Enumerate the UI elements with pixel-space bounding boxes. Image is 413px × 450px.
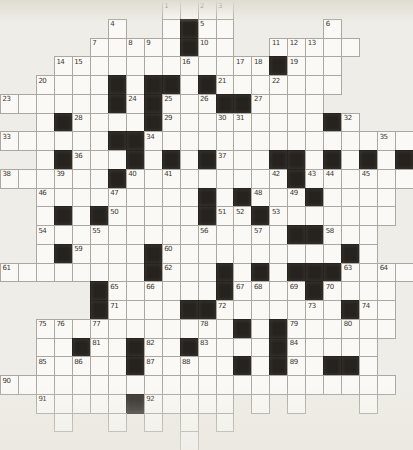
white-cell[interactable] — [90, 188, 109, 208]
white-cell[interactable]: 17 — [233, 56, 252, 76]
white-cell[interactable] — [180, 431, 199, 450]
white-cell[interactable] — [305, 75, 324, 95]
white-cell[interactable] — [216, 38, 235, 58]
white-cell[interactable]: 32 — [341, 113, 360, 133]
white-cell[interactable] — [36, 113, 55, 133]
white-cell[interactable] — [90, 356, 109, 376]
white-cell[interactable] — [269, 281, 288, 301]
white-cell[interactable]: 18 — [251, 56, 270, 76]
white-cell[interactable] — [126, 206, 145, 226]
white-cell[interactable] — [198, 375, 217, 395]
white-cell[interactable] — [216, 338, 235, 358]
white-cell[interactable] — [377, 188, 396, 208]
white-cell[interactable]: 78 — [198, 319, 217, 339]
white-cell[interactable] — [126, 263, 145, 283]
white-cell[interactable] — [36, 206, 55, 226]
white-cell[interactable] — [108, 338, 127, 358]
white-cell[interactable] — [305, 375, 324, 395]
white-cell[interactable] — [72, 188, 91, 208]
white-cell[interactable]: 58 — [323, 225, 342, 245]
white-cell[interactable] — [305, 319, 324, 339]
white-cell[interactable] — [90, 131, 109, 151]
white-cell[interactable]: 52 — [233, 206, 252, 226]
white-cell[interactable] — [72, 319, 91, 339]
white-cell[interactable] — [233, 263, 252, 283]
white-cell[interactable] — [54, 394, 73, 414]
white-cell[interactable]: 86 — [72, 356, 91, 376]
white-cell[interactable] — [251, 113, 270, 133]
white-cell[interactable] — [162, 206, 181, 226]
white-cell[interactable] — [72, 169, 91, 189]
white-cell[interactable] — [90, 263, 109, 283]
white-cell[interactable]: 6 — [323, 19, 342, 39]
white-cell[interactable] — [180, 0, 199, 20]
white-cell[interactable]: 67 — [233, 281, 252, 301]
white-cell[interactable] — [269, 113, 288, 133]
white-cell[interactable] — [251, 356, 270, 376]
white-cell[interactable] — [323, 75, 342, 95]
white-cell[interactable] — [287, 75, 306, 95]
white-cell[interactable] — [251, 169, 270, 189]
white-cell[interactable] — [162, 375, 181, 395]
white-cell[interactable] — [377, 319, 396, 339]
white-cell[interactable]: 43 — [305, 169, 324, 189]
white-cell[interactable] — [162, 338, 181, 358]
white-cell[interactable] — [108, 244, 127, 264]
white-cell[interactable] — [180, 188, 199, 208]
white-cell[interactable] — [377, 206, 396, 226]
white-cell[interactable] — [108, 356, 127, 376]
white-cell[interactable] — [269, 244, 288, 264]
white-cell[interactable] — [359, 281, 378, 301]
white-cell[interactable] — [180, 169, 199, 189]
white-cell[interactable] — [216, 131, 235, 151]
white-cell[interactable] — [323, 375, 342, 395]
white-cell[interactable] — [341, 375, 360, 395]
white-cell[interactable] — [18, 169, 37, 189]
white-cell[interactable] — [287, 300, 306, 320]
white-cell[interactable]: 48 — [251, 188, 270, 208]
white-cell[interactable]: 25 — [162, 94, 181, 114]
white-cell[interactable] — [341, 169, 360, 189]
white-cell[interactable] — [180, 150, 199, 170]
white-cell[interactable] — [233, 338, 252, 358]
white-cell[interactable]: 36 — [72, 150, 91, 170]
white-cell[interactable] — [144, 225, 163, 245]
white-cell[interactable]: 77 — [90, 319, 109, 339]
white-cell[interactable] — [323, 38, 342, 58]
white-cell[interactable] — [180, 206, 199, 226]
white-cell[interactable]: 33 — [0, 131, 19, 151]
white-cell[interactable]: 22 — [269, 75, 288, 95]
white-cell[interactable] — [323, 319, 342, 339]
white-cell[interactable] — [269, 94, 288, 114]
white-cell[interactable] — [198, 356, 217, 376]
white-cell[interactable] — [251, 300, 270, 320]
white-cell[interactable] — [126, 113, 145, 133]
white-cell[interactable] — [305, 131, 324, 151]
white-cell[interactable] — [90, 150, 109, 170]
white-cell[interactable] — [377, 150, 396, 170]
white-cell[interactable] — [54, 375, 73, 395]
white-cell[interactable]: 47 — [108, 188, 127, 208]
white-cell[interactable] — [72, 131, 91, 151]
white-cell[interactable] — [126, 244, 145, 264]
white-cell[interactable] — [359, 225, 378, 245]
white-cell[interactable] — [72, 206, 91, 226]
white-cell[interactable] — [18, 131, 37, 151]
white-cell[interactable]: 74 — [359, 300, 378, 320]
white-cell[interactable] — [233, 244, 252, 264]
white-cell[interactable] — [323, 56, 342, 76]
white-cell[interactable] — [251, 150, 270, 170]
white-cell[interactable] — [287, 206, 306, 226]
white-cell[interactable] — [54, 413, 73, 433]
white-cell[interactable] — [395, 131, 413, 151]
white-cell[interactable] — [144, 56, 163, 76]
white-cell[interactable] — [251, 75, 270, 95]
white-cell[interactable] — [90, 169, 109, 189]
white-cell[interactable] — [126, 56, 145, 76]
white-cell[interactable] — [180, 394, 199, 414]
white-cell[interactable] — [198, 394, 217, 414]
white-cell[interactable]: 64 — [377, 263, 396, 283]
white-cell[interactable]: 31 — [233, 113, 252, 133]
white-cell[interactable] — [323, 131, 342, 151]
white-cell[interactable] — [198, 56, 217, 76]
white-cell[interactable]: 28 — [72, 113, 91, 133]
white-cell[interactable]: 87 — [144, 356, 163, 376]
white-cell[interactable] — [72, 263, 91, 283]
white-cell[interactable]: 71 — [108, 300, 127, 320]
white-cell[interactable]: 76 — [54, 319, 73, 339]
white-cell[interactable] — [287, 375, 306, 395]
white-cell[interactable]: 50 — [108, 206, 127, 226]
white-cell[interactable] — [323, 206, 342, 226]
white-cell[interactable] — [162, 225, 181, 245]
white-cell[interactable] — [216, 394, 235, 414]
white-cell[interactable] — [162, 300, 181, 320]
white-cell[interactable]: 1 — [162, 0, 181, 20]
white-cell[interactable] — [108, 319, 127, 339]
white-cell[interactable]: 15 — [72, 56, 91, 76]
white-cell[interactable] — [36, 131, 55, 151]
white-cell[interactable]: 55 — [90, 225, 109, 245]
white-cell[interactable] — [54, 225, 73, 245]
white-cell[interactable]: 26 — [198, 94, 217, 114]
white-cell[interactable] — [323, 244, 342, 264]
white-cell[interactable] — [359, 319, 378, 339]
white-cell[interactable] — [108, 394, 127, 414]
white-cell[interactable] — [126, 225, 145, 245]
white-cell[interactable] — [180, 113, 199, 133]
white-cell[interactable] — [90, 244, 109, 264]
white-cell[interactable]: 75 — [36, 319, 55, 339]
white-cell[interactable] — [90, 56, 109, 76]
white-cell[interactable] — [162, 281, 181, 301]
white-cell[interactable] — [395, 169, 413, 189]
white-cell[interactable] — [36, 244, 55, 264]
white-cell[interactable]: 14 — [54, 56, 73, 76]
white-cell[interactable]: 45 — [359, 169, 378, 189]
white-cell[interactable] — [180, 375, 199, 395]
white-cell[interactable] — [341, 225, 360, 245]
white-cell[interactable] — [269, 225, 288, 245]
white-cell[interactable] — [108, 375, 127, 395]
white-cell[interactable] — [359, 131, 378, 151]
white-cell[interactable] — [377, 169, 396, 189]
white-cell[interactable]: 40 — [126, 169, 145, 189]
white-cell[interactable] — [144, 413, 163, 433]
white-cell[interactable] — [251, 394, 270, 414]
white-cell[interactable]: 9 — [144, 38, 163, 58]
white-cell[interactable]: 68 — [251, 281, 270, 301]
white-cell[interactable] — [108, 56, 127, 76]
white-cell[interactable]: 79 — [287, 319, 306, 339]
white-cell[interactable]: 62 — [162, 263, 181, 283]
white-cell[interactable] — [359, 375, 378, 395]
white-cell[interactable] — [54, 75, 73, 95]
white-cell[interactable] — [341, 206, 360, 226]
white-cell[interactable] — [377, 300, 396, 320]
white-cell[interactable]: 53 — [269, 206, 288, 226]
white-cell[interactable] — [180, 319, 199, 339]
white-cell[interactable] — [90, 75, 109, 95]
white-cell[interactable] — [359, 356, 378, 376]
white-cell[interactable] — [144, 188, 163, 208]
white-cell[interactable] — [216, 244, 235, 264]
white-cell[interactable] — [18, 375, 37, 395]
white-cell[interactable] — [305, 338, 324, 358]
white-cell[interactable] — [233, 169, 252, 189]
white-cell[interactable] — [180, 413, 199, 433]
white-cell[interactable] — [359, 206, 378, 226]
white-cell[interactable] — [180, 225, 199, 245]
white-cell[interactable] — [72, 394, 91, 414]
white-cell[interactable] — [198, 263, 217, 283]
white-cell[interactable]: 89 — [287, 356, 306, 376]
white-cell[interactable]: 92 — [144, 394, 163, 414]
white-cell[interactable] — [180, 75, 199, 95]
white-cell[interactable] — [144, 169, 163, 189]
white-cell[interactable] — [72, 225, 91, 245]
white-cell[interactable] — [126, 281, 145, 301]
white-cell[interactable]: 44 — [323, 169, 342, 189]
white-cell[interactable] — [198, 169, 217, 189]
white-cell[interactable]: 61 — [0, 263, 19, 283]
white-cell[interactable] — [377, 281, 396, 301]
white-cell[interactable] — [305, 206, 324, 226]
white-cell[interactable] — [36, 338, 55, 358]
white-cell[interactable] — [359, 338, 378, 358]
white-cell[interactable] — [305, 94, 324, 114]
white-cell[interactable] — [126, 75, 145, 95]
white-cell[interactable]: 57 — [251, 225, 270, 245]
white-cell[interactable]: 46 — [36, 188, 55, 208]
white-cell[interactable] — [287, 94, 306, 114]
white-cell[interactable]: 30 — [216, 113, 235, 133]
white-cell[interactable] — [269, 131, 288, 151]
white-cell[interactable] — [162, 188, 181, 208]
white-cell[interactable] — [108, 413, 127, 433]
white-cell[interactable]: 34 — [144, 131, 163, 151]
white-cell[interactable] — [36, 263, 55, 283]
white-cell[interactable] — [216, 375, 235, 395]
white-cell[interactable] — [90, 375, 109, 395]
white-cell[interactable] — [198, 244, 217, 264]
white-cell[interactable]: 69 — [287, 281, 306, 301]
white-cell[interactable] — [180, 244, 199, 264]
white-cell[interactable] — [323, 188, 342, 208]
white-cell[interactable] — [18, 263, 37, 283]
white-cell[interactable]: 83 — [198, 338, 217, 358]
white-cell[interactable]: 11 — [269, 38, 288, 58]
white-cell[interactable] — [305, 244, 324, 264]
white-cell[interactable] — [54, 94, 73, 114]
white-cell[interactable] — [90, 394, 109, 414]
white-cell[interactable] — [162, 38, 181, 58]
white-cell[interactable] — [216, 169, 235, 189]
white-cell[interactable] — [126, 319, 145, 339]
white-cell[interactable] — [90, 113, 109, 133]
white-cell[interactable] — [341, 150, 360, 170]
white-cell[interactable] — [269, 188, 288, 208]
white-cell[interactable] — [108, 263, 127, 283]
white-cell[interactable] — [251, 319, 270, 339]
white-cell[interactable] — [233, 150, 252, 170]
white-cell[interactable] — [144, 319, 163, 339]
white-cell[interactable]: 60 — [162, 244, 181, 264]
white-cell[interactable]: 49 — [287, 188, 306, 208]
white-cell[interactable] — [36, 375, 55, 395]
white-cell[interactable] — [144, 206, 163, 226]
white-cell[interactable] — [198, 113, 217, 133]
white-cell[interactable]: 70 — [323, 281, 342, 301]
white-cell[interactable]: 59 — [72, 244, 91, 264]
white-cell[interactable] — [287, 113, 306, 133]
white-cell[interactable] — [90, 94, 109, 114]
white-cell[interactable]: 51 — [216, 206, 235, 226]
white-cell[interactable] — [126, 188, 145, 208]
white-cell[interactable] — [198, 281, 217, 301]
white-cell[interactable] — [36, 150, 55, 170]
white-cell[interactable] — [233, 375, 252, 395]
white-cell[interactable] — [216, 225, 235, 245]
white-cell[interactable]: 35 — [377, 131, 396, 151]
white-cell[interactable]: 80 — [341, 319, 360, 339]
white-cell[interactable]: 12 — [287, 38, 306, 58]
white-cell[interactable] — [359, 263, 378, 283]
white-cell[interactable] — [305, 150, 324, 170]
white-cell[interactable] — [251, 131, 270, 151]
white-cell[interactable]: 42 — [269, 169, 288, 189]
white-cell[interactable]: 16 — [180, 56, 199, 76]
white-cell[interactable]: 10 — [198, 38, 217, 58]
white-cell[interactable]: 91 — [36, 394, 55, 414]
white-cell[interactable] — [162, 19, 181, 39]
white-cell[interactable] — [162, 394, 181, 414]
white-cell[interactable] — [54, 263, 73, 283]
white-cell[interactable]: 73 — [305, 300, 324, 320]
white-cell[interactable]: 88 — [180, 356, 199, 376]
white-cell[interactable]: 81 — [90, 338, 109, 358]
white-cell[interactable] — [341, 38, 360, 58]
white-cell[interactable]: 21 — [216, 75, 235, 95]
white-cell[interactable] — [54, 338, 73, 358]
white-cell[interactable] — [144, 375, 163, 395]
white-cell[interactable] — [269, 300, 288, 320]
white-cell[interactable] — [162, 319, 181, 339]
white-cell[interactable]: 27 — [251, 94, 270, 114]
white-cell[interactable] — [251, 244, 270, 264]
white-cell[interactable] — [216, 356, 235, 376]
white-cell[interactable] — [198, 131, 217, 151]
white-cell[interactable] — [216, 319, 235, 339]
white-cell[interactable] — [180, 131, 199, 151]
white-cell[interactable] — [359, 394, 378, 414]
white-cell[interactable] — [108, 113, 127, 133]
white-cell[interactable] — [36, 169, 55, 189]
white-cell[interactable]: 5 — [198, 19, 217, 39]
white-cell[interactable] — [54, 131, 73, 151]
white-cell[interactable] — [72, 94, 91, 114]
white-cell[interactable] — [108, 225, 127, 245]
white-cell[interactable] — [180, 281, 199, 301]
white-cell[interactable]: 24 — [126, 94, 145, 114]
white-cell[interactable] — [359, 188, 378, 208]
white-cell[interactable]: 63 — [341, 263, 360, 283]
white-cell[interactable]: 38 — [0, 169, 19, 189]
white-cell[interactable]: 66 — [144, 281, 163, 301]
white-cell[interactable]: 3 — [216, 0, 235, 20]
white-cell[interactable] — [359, 244, 378, 264]
white-cell[interactable] — [162, 56, 181, 76]
white-cell[interactable] — [233, 225, 252, 245]
white-cell[interactable] — [36, 94, 55, 114]
white-cell[interactable] — [126, 300, 145, 320]
white-cell[interactable] — [216, 188, 235, 208]
white-cell[interactable]: 29 — [162, 113, 181, 133]
white-cell[interactable] — [269, 375, 288, 395]
white-cell[interactable] — [162, 356, 181, 376]
white-cell[interactable] — [54, 188, 73, 208]
white-cell[interactable]: 65 — [108, 281, 127, 301]
white-cell[interactable] — [72, 375, 91, 395]
white-cell[interactable] — [108, 150, 127, 170]
white-cell[interactable] — [305, 113, 324, 133]
white-cell[interactable]: 85 — [36, 356, 55, 376]
white-cell[interactable]: 8 — [126, 38, 145, 58]
white-cell[interactable] — [341, 188, 360, 208]
white-cell[interactable] — [377, 375, 396, 395]
white-cell[interactable] — [233, 75, 252, 95]
white-cell[interactable]: 2 — [198, 0, 217, 20]
white-cell[interactable] — [341, 338, 360, 358]
white-cell[interactable] — [180, 94, 199, 114]
white-cell[interactable] — [323, 300, 342, 320]
white-cell[interactable]: 54 — [36, 225, 55, 245]
white-cell[interactable]: 13 — [305, 38, 324, 58]
white-cell[interactable] — [144, 150, 163, 170]
white-cell[interactable] — [269, 263, 288, 283]
white-cell[interactable] — [305, 356, 324, 376]
white-cell[interactable] — [162, 131, 181, 151]
white-cell[interactable] — [395, 263, 413, 283]
white-cell[interactable] — [18, 94, 37, 114]
white-cell[interactable] — [305, 56, 324, 76]
white-cell[interactable] — [180, 263, 199, 283]
white-cell[interactable] — [251, 338, 270, 358]
